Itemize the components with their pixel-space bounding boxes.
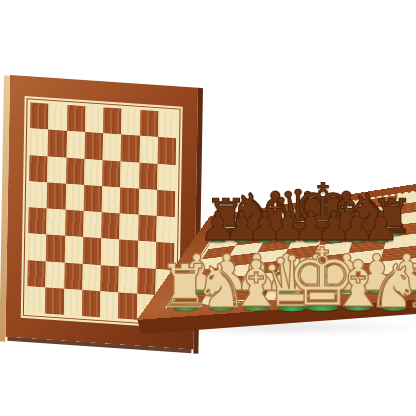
black-pawn-glyph: ♟ [363,206,399,246]
pieces-layer: ♜♞♝♛♚♝♞♜♟♟♟♟♟♟♟♟♟♟♟♟♟♟♟♟♜♞♝♛♚♝♞♜ [0,0,416,416]
white-rook-glyph: ♜ [403,256,416,316]
product-photo-chess-set: { "game": "chess", "scene": { "subject":… [0,0,416,416]
